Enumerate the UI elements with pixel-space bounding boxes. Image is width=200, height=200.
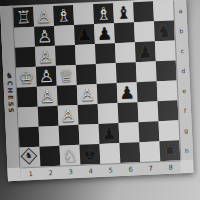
- square-b1[interactable]: [14, 27, 35, 48]
- square-b2[interactable]: ♙: [34, 26, 55, 47]
- square-c5[interactable]: [95, 43, 116, 64]
- board-knight-emblem: ♞: [20, 148, 37, 165]
- file-label-e: e: [178, 80, 191, 101]
- square-c6[interactable]: [115, 42, 136, 63]
- square-e1[interactable]: [17, 87, 38, 108]
- square-c8[interactable]: [155, 40, 176, 61]
- square-f3[interactable]: ♙: [58, 105, 79, 126]
- square-f5[interactable]: [98, 103, 119, 124]
- file-label-a: a: [174, 0, 187, 20]
- square-f7[interactable]: [138, 101, 159, 122]
- square-c3[interactable]: [55, 45, 76, 66]
- knight-emblem-icon: ♞: [25, 152, 33, 160]
- black-pawn: ♟: [74, 24, 95, 45]
- square-a5[interactable]: ♗: [93, 3, 114, 24]
- white-pawn: ♙: [77, 84, 98, 105]
- square-b3[interactable]: [54, 25, 75, 46]
- black-pawn: ♟: [94, 23, 115, 44]
- square-f4[interactable]: [78, 104, 99, 125]
- square-a2[interactable]: ♙: [33, 6, 54, 27]
- white-knight: ♘: [60, 145, 81, 166]
- square-h8[interactable]: ♜: [159, 140, 180, 161]
- board-corner: [7, 168, 21, 182]
- square-g1[interactable]: [19, 127, 40, 148]
- file-label-h: h: [180, 140, 193, 161]
- white-pawn: ♙: [34, 26, 55, 47]
- square-c7[interactable]: ♟: [135, 41, 156, 62]
- square-g5[interactable]: ♟: [99, 123, 120, 144]
- square-f1[interactable]: [18, 107, 39, 128]
- white-pawn: ♙: [35, 46, 56, 67]
- square-b6[interactable]: [114, 22, 135, 43]
- white-bishop: ♗: [93, 3, 114, 24]
- square-e7[interactable]: [137, 81, 158, 102]
- white-queen: ♕: [56, 65, 77, 86]
- knight-brand-icon: ♞: [6, 72, 14, 80]
- square-d8[interactable]: [156, 60, 177, 81]
- square-d2[interactable]: ♙: [36, 66, 57, 87]
- square-g6[interactable]: [119, 122, 140, 143]
- rank-label-7: 7: [140, 162, 161, 175]
- white-rook: ♖: [13, 7, 34, 28]
- white-pawn: ♙: [58, 105, 79, 126]
- black-king: ♚: [79, 144, 100, 165]
- square-e2[interactable]: ♙: [37, 86, 58, 107]
- square-d6[interactable]: [116, 62, 137, 83]
- square-h5[interactable]: [99, 143, 120, 164]
- square-f6[interactable]: [118, 102, 139, 123]
- rank-label-5: 5: [100, 164, 121, 177]
- rank-label-6: 6: [120, 163, 141, 176]
- rank-label-3: 3: [60, 166, 81, 179]
- square-b7[interactable]: [134, 21, 155, 42]
- rank-label-2: 2: [40, 167, 61, 180]
- square-g4[interactable]: [79, 124, 100, 145]
- square-b8[interactable]: ♞: [154, 20, 175, 41]
- square-h6[interactable]: [119, 142, 140, 163]
- square-h3[interactable]: ♘: [60, 145, 81, 166]
- file-label-d: d: [177, 60, 190, 81]
- white-bishop: ♗: [53, 5, 74, 26]
- square-a3[interactable]: ♗: [53, 5, 74, 26]
- square-d3[interactable]: ♕: [56, 65, 77, 86]
- black-pawn: ♟: [99, 123, 120, 144]
- photo-background: ♞ CHESS ♖♙♗♗♝♙♟♟♞♙♟♔♙♕♙♙♟♙♟♞♘♚♜ abcdefgh…: [0, 0, 200, 200]
- black-pawn: ♟: [117, 82, 138, 103]
- white-king: ♔: [16, 67, 37, 88]
- chess-board: ♞ CHESS ♖♙♗♗♝♙♟♟♞♙♟♔♙♕♙♙♟♙♟♞♘♚♜ abcdefgh…: [0, 0, 194, 181]
- black-rook: ♜: [159, 140, 180, 161]
- board-brand-label: CHESS: [6, 81, 16, 115]
- square-d7[interactable]: [136, 61, 157, 82]
- square-g8[interactable]: [159, 120, 180, 141]
- square-d4[interactable]: [76, 64, 97, 85]
- square-e3[interactable]: [57, 85, 78, 106]
- white-pawn: ♙: [37, 86, 58, 107]
- square-g7[interactable]: [139, 121, 160, 142]
- square-c2[interactable]: ♙: [35, 46, 56, 67]
- file-label-g: g: [179, 120, 192, 141]
- square-g3[interactable]: [59, 125, 80, 146]
- square-b4[interactable]: ♟: [74, 24, 95, 45]
- black-knight: ♞: [154, 20, 175, 41]
- black-bishop: ♝: [113, 2, 134, 23]
- rank-label-1: 1: [21, 168, 42, 181]
- rank-label-8: 8: [160, 161, 181, 174]
- square-e4[interactable]: ♙: [77, 84, 98, 105]
- square-g2[interactable]: [39, 126, 60, 147]
- square-e5[interactable]: [97, 83, 118, 104]
- file-label-c: c: [176, 40, 189, 61]
- square-a7[interactable]: [133, 1, 154, 22]
- square-d1[interactable]: ♔: [16, 67, 37, 88]
- square-a8[interactable]: [153, 0, 174, 21]
- square-h2[interactable]: [40, 146, 61, 167]
- square-e8[interactable]: [157, 80, 178, 101]
- square-a6[interactable]: ♝: [113, 2, 134, 23]
- square-h1[interactable]: ♞: [20, 147, 41, 168]
- square-d5[interactable]: [96, 63, 117, 84]
- white-pawn: ♙: [36, 66, 57, 87]
- square-h7[interactable]: [139, 141, 160, 162]
- white-pawn: ♙: [33, 6, 54, 27]
- square-f2[interactable]: [38, 106, 59, 127]
- square-a4[interactable]: [73, 4, 94, 25]
- file-label-b: b: [175, 20, 188, 41]
- rank-label-4: 4: [80, 165, 101, 178]
- square-c4[interactable]: [75, 44, 96, 65]
- black-pawn: ♟: [135, 41, 156, 62]
- square-c1[interactable]: [15, 47, 36, 68]
- square-b5[interactable]: ♟: [94, 23, 115, 44]
- file-label-f: f: [179, 100, 192, 121]
- square-f8[interactable]: [158, 100, 179, 121]
- square-a1[interactable]: ♖: [13, 7, 34, 28]
- square-e6[interactable]: ♟: [117, 82, 138, 103]
- board-grid: ♖♙♗♗♝♙♟♟♞♙♟♔♙♕♙♙♟♙♟♞♘♚♜: [13, 0, 180, 167]
- square-h4[interactable]: ♚: [79, 144, 100, 165]
